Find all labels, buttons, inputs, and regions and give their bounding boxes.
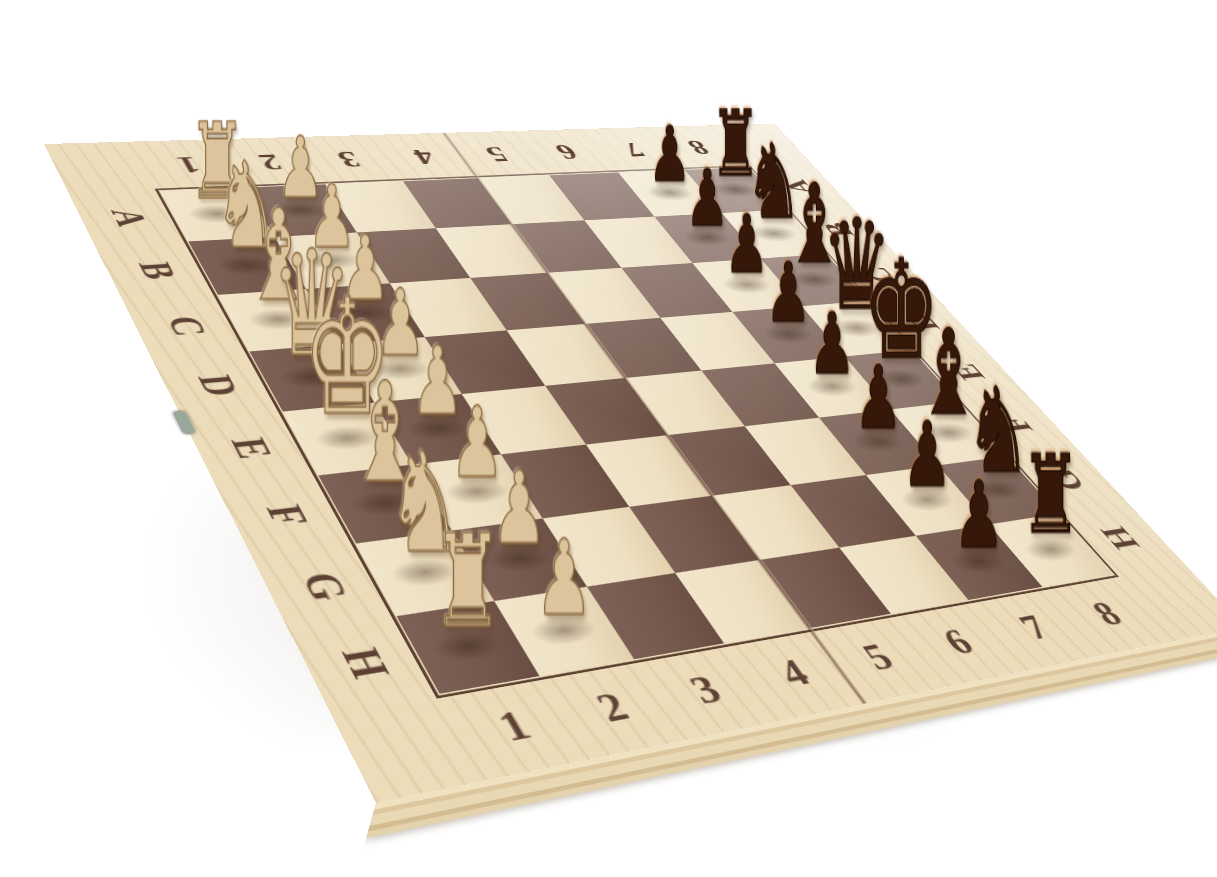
file-label-right-e: E	[944, 362, 993, 382]
file-label-left-f: F	[254, 502, 318, 528]
rank-label-far-7: 7	[617, 138, 651, 161]
file-label-left-g: G	[290, 570, 359, 605]
file-label-right-g: G	[1040, 467, 1094, 493]
rank-label-near-7: 7	[1011, 608, 1059, 647]
file-label-left-e: E	[219, 436, 282, 462]
file-label-left-b: B	[128, 261, 185, 281]
rank-label-far-2: 2	[253, 149, 287, 174]
page: { "game": "chess", "description": "Woode…	[0, 0, 1217, 877]
rank-label-far-3: 3	[332, 147, 366, 172]
rank-label-near-5: 5	[854, 637, 902, 679]
file-label-right-h: H	[1093, 524, 1149, 552]
board-frame-line	[155, 165, 1120, 699]
rank-label-near-2: 2	[589, 685, 638, 731]
file-label-right-f: F	[992, 414, 1041, 434]
rank-label-near-1: 1	[490, 703, 539, 751]
file-label-left-c: C	[156, 315, 216, 338]
rank-label-far-8: 8	[681, 136, 715, 158]
file-label-right-a: A	[777, 179, 823, 195]
file-label-right-d: D	[899, 312, 948, 331]
file-label-left-d: D	[187, 373, 249, 398]
file-label-right-b: B	[816, 222, 862, 238]
rank-label-far-5: 5	[480, 142, 514, 166]
rank-label-near-8: 8	[1084, 595, 1131, 633]
file-label-left-h: H	[329, 644, 400, 682]
rank-label-far-1: 1	[172, 152, 206, 178]
photo-background: AABBCCDDEEFFGGHH1122334455667788♜♟♞♟♝♟♛♟…	[0, 0, 1217, 877]
rank-label-far-6: 6	[549, 140, 583, 163]
file-label-left-a: A	[100, 208, 157, 227]
rank-label-near-4: 4	[770, 652, 818, 695]
rank-label-far-4: 4	[407, 144, 441, 168]
rank-label-near-6: 6	[935, 622, 983, 663]
file-label-right-c: C	[856, 266, 904, 284]
rank-label-near-3: 3	[682, 668, 731, 713]
